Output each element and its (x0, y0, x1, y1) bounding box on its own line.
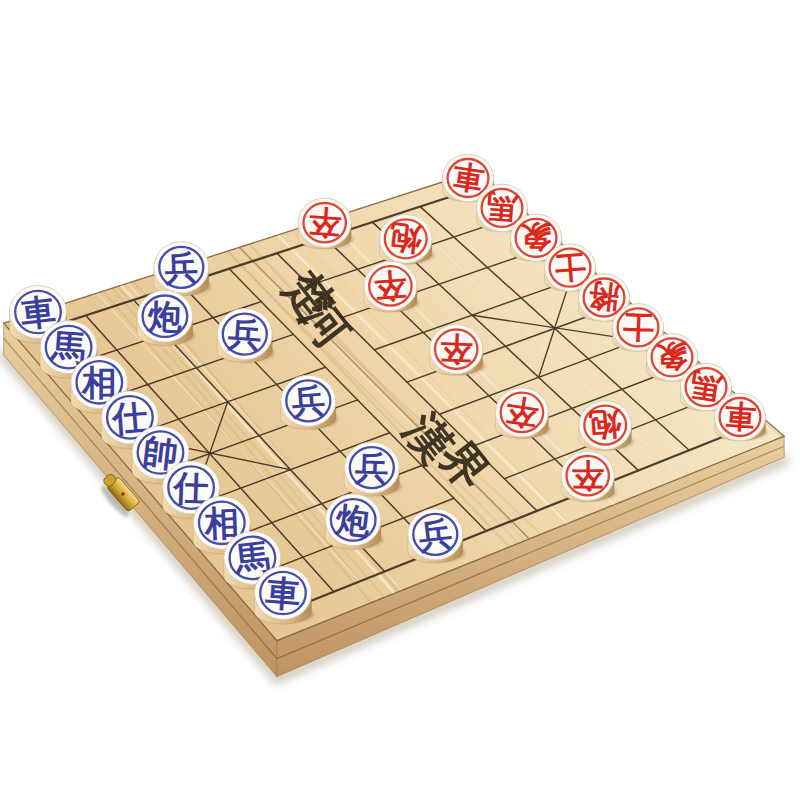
piece-glyph: 卒 (503, 391, 541, 433)
piece-red-soldier[interactable]: 卒 (298, 198, 353, 249)
piece-glyph: 炮 (587, 404, 624, 445)
piece-blue-chariot[interactable]: 車 (255, 567, 314, 625)
piece-glyph: 馬 (485, 188, 521, 226)
piece-blue-soldier[interactable]: 兵 (154, 242, 211, 296)
xiangqi-board-scene: 楚河漢界車馬卒象炮兵士卒將車炮士兵馬卒象相馬兵卒車仕炮帥兵卒仕炮相兵馬車 (0, 0, 800, 800)
piece-glyph: 卒 (571, 456, 603, 494)
piece-red-chariot[interactable]: 車 (715, 393, 768, 440)
piece-glyph: 車 (450, 157, 487, 197)
piece-glyph: 象 (520, 219, 552, 255)
xiangqi-product-photo: 楚河漢界車馬卒象炮兵士卒將車炮士兵馬卒象相馬兵卒車仕炮帥兵卒仕炮相兵馬車 (0, 0, 800, 800)
piece-glyph: 兵 (163, 248, 199, 288)
piece-glyph: 炮 (387, 218, 425, 260)
piece-glyph: 象 (656, 338, 690, 375)
piece-glyph: 車 (263, 572, 302, 615)
piece-glyph: 士 (622, 308, 655, 345)
piece-glyph: 卒 (307, 202, 342, 242)
piece-glyph: 兵 (289, 381, 326, 423)
piece-glyph: 兵 (415, 514, 454, 557)
piece-glyph: 卒 (439, 329, 473, 368)
piece-glyph: 車 (723, 397, 758, 435)
piece-glyph: 炮 (333, 498, 373, 542)
piece-glyph: 士 (553, 248, 588, 286)
piece-glyph: 馬 (688, 366, 726, 407)
piece-glyph: 卒 (373, 265, 408, 305)
piece-glyph: 將 (587, 277, 623, 316)
piece-glyph: 炮 (146, 296, 184, 337)
piece-glyph: 兵 (226, 314, 263, 356)
piece-glyph: 兵 (353, 448, 389, 488)
